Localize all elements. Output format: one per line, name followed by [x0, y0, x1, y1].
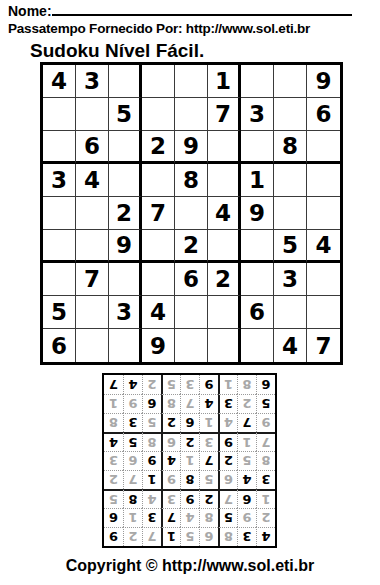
- puzzle-cell-r4c4[interactable]: [142, 164, 175, 197]
- solution-cell-r3c8: 8: [123, 489, 142, 508]
- solution-cell-r7c3: 4: [218, 413, 237, 432]
- solution-cell-r9c6: 5: [161, 375, 180, 394]
- solution-cell-r8c3: 3: [218, 394, 237, 413]
- puzzle-cell-r1c2: 3: [76, 65, 109, 98]
- solution-cell-r3c2: 6: [237, 489, 256, 508]
- puzzle-cell-r7c7[interactable]: [241, 263, 274, 296]
- puzzle-cell-r8c7: 6: [241, 296, 274, 329]
- puzzle-cell-r1c6: 1: [208, 65, 241, 98]
- puzzle-cell-r2c3: 5: [109, 98, 142, 131]
- solution-cell-r5c7: 9: [142, 451, 161, 470]
- solution-cell-r9c1: 6: [256, 375, 275, 394]
- puzzle-cell-r4c2: 4: [76, 164, 109, 197]
- solution-cell-r4c9: 2: [104, 470, 123, 489]
- puzzle-cell-r5c7: 9: [241, 197, 274, 230]
- puzzle-cell-r2c2[interactable]: [76, 98, 109, 131]
- puzzle-cell-r9c7[interactable]: [241, 329, 274, 362]
- puzzle-cell-r7c3[interactable]: [109, 263, 142, 296]
- puzzle-cell-r8c4: 4: [142, 296, 175, 329]
- puzzle-cell-r3c1[interactable]: [43, 131, 76, 164]
- solution-cell-r1c1: 4: [256, 527, 275, 546]
- puzzle-cell-r3c6[interactable]: [208, 131, 241, 164]
- puzzle-cell-r6c4[interactable]: [142, 230, 175, 263]
- solution-cell-r8c9: 1: [104, 394, 123, 413]
- puzzle-cell-r1c7[interactable]: [241, 65, 274, 98]
- provider-line: Passatempo Fornecido Por: http://www.sol…: [8, 21, 310, 36]
- solution-cell-r7c1: 9: [256, 413, 275, 432]
- solution-cell-r5c1: 8: [256, 451, 275, 470]
- solution-cell-r5c9: 3: [104, 451, 123, 470]
- solution-cell-r6c2: 1: [237, 432, 256, 451]
- puzzle-cell-r8c1: 5: [43, 296, 76, 329]
- solution-cell-r5c6: 4: [161, 451, 180, 470]
- solution-cell-r4c4: 5: [199, 470, 218, 489]
- puzzle-cell-r2c4[interactable]: [142, 98, 175, 131]
- puzzle-cell-r5c5[interactable]: [175, 197, 208, 230]
- solution-cell-r2c6: 7: [161, 508, 180, 527]
- solution-cell-r6c5: 2: [180, 432, 199, 451]
- puzzle-cell-r4c5: 8: [175, 164, 208, 197]
- puzzle-cell-r4c3[interactable]: [109, 164, 142, 197]
- solution-cell-r1c9: 9: [104, 527, 123, 546]
- solution-cell-r2c5: 4: [180, 508, 199, 527]
- solution-cell-r9c5: 3: [180, 375, 199, 394]
- solution-cell-r2c1: 2: [256, 508, 275, 527]
- solution-cell-r5c2: 5: [237, 451, 256, 470]
- solution-cell-r2c9: 6: [104, 508, 123, 527]
- puzzle-cell-r6c1[interactable]: [43, 230, 76, 263]
- puzzle-cell-r4c9[interactable]: [307, 164, 340, 197]
- solution-cell-r7c2: 7: [237, 413, 256, 432]
- solution-cell-r9c4: 9: [199, 375, 218, 394]
- solution-cell-r8c2: 2: [237, 394, 256, 413]
- solution-cell-r9c9: 7: [104, 375, 123, 394]
- puzzle-cell-r1c4[interactable]: [142, 65, 175, 98]
- solution-cell-r1c7: 7: [142, 527, 161, 546]
- puzzle-cell-r1c9: 9: [307, 65, 340, 98]
- solution-cell-r1c4: 6: [199, 527, 218, 546]
- puzzle-cell-r8c3: 3: [109, 296, 142, 329]
- puzzle-cell-r9c5[interactable]: [175, 329, 208, 362]
- solution-cell-r7c9: 8: [104, 413, 123, 432]
- name-label: Nome:: [8, 3, 52, 19]
- puzzle-cell-r1c1: 4: [43, 65, 76, 98]
- solution-cell-r2c7: 3: [142, 508, 161, 527]
- puzzle-cell-r5c6: 4: [208, 197, 241, 230]
- solution-cell-r9c8: 4: [123, 375, 142, 394]
- solution-cell-r6c1: 7: [256, 432, 275, 451]
- solution-cell-r5c5: 1: [180, 451, 199, 470]
- solution-cell-r6c7: 8: [142, 432, 161, 451]
- puzzle-cell-r8c2[interactable]: [76, 296, 109, 329]
- puzzle-cell-r9c9: 7: [307, 329, 340, 362]
- puzzle-cell-r2c1[interactable]: [43, 98, 76, 131]
- solution-cell-r4c8: 7: [123, 470, 142, 489]
- copyright-line: Copyright © http://www.sol.eti.br: [0, 557, 380, 575]
- solution-cell-r6c3: 9: [218, 432, 237, 451]
- puzzle-cell-r2c9: 6: [307, 98, 340, 131]
- solution-cell-r2c4: 8: [199, 508, 218, 527]
- solution-cell-r4c5: 8: [180, 470, 199, 489]
- puzzle-cell-r5c1[interactable]: [43, 197, 76, 230]
- solution-cell-r6c4: 3: [199, 432, 218, 451]
- solution-cell-r8c8: 9: [123, 394, 142, 413]
- solution-cell-r8c6: 8: [161, 394, 180, 413]
- solution-cell-r6c6: 6: [161, 432, 180, 451]
- solution-cell-r4c7: 1: [142, 470, 161, 489]
- page-title: Sudoku Nível Fácil.: [30, 40, 204, 62]
- solution-cell-r4c6: 9: [161, 470, 180, 489]
- puzzle-cell-r8c5[interactable]: [175, 296, 208, 329]
- solution-cell-r7c4: 1: [199, 413, 218, 432]
- puzzle-cell-r3c5: 9: [175, 131, 208, 164]
- solution-cell-r7c6: 2: [161, 413, 180, 432]
- puzzle-cell-r7c2: 7: [76, 263, 109, 296]
- solution-cell-r7c5: 6: [180, 413, 199, 432]
- puzzle-cell-r2c6: 7: [208, 98, 241, 131]
- puzzle-cell-r3c4: 2: [142, 131, 175, 164]
- puzzle-cell-r8c8[interactable]: [274, 296, 307, 329]
- puzzle-cell-r8c9[interactable]: [307, 296, 340, 329]
- puzzle-cell-r4c7: 1: [241, 164, 274, 197]
- solution-cell-r4c1: 3: [256, 470, 275, 489]
- solution-cell-r2c3: 5: [218, 508, 237, 527]
- solution-cell-r6c8: 5: [123, 432, 142, 451]
- puzzle-cell-r6c2[interactable]: [76, 230, 109, 263]
- puzzle-cell-r6c7[interactable]: [241, 230, 274, 263]
- puzzle-cell-r6c9: 4: [307, 230, 340, 263]
- puzzle-cell-r2c7: 3: [241, 98, 274, 131]
- name-row: Nome:: [8, 1, 352, 19]
- solution-cell-r3c4: 2: [199, 489, 218, 508]
- solution-cell-r3c3: 7: [218, 489, 237, 508]
- solution-cell-r7c8: 3: [123, 413, 142, 432]
- puzzle-cell-r7c5: 6: [175, 263, 208, 296]
- solution-cell-r3c1: 1: [256, 489, 275, 508]
- solution-cell-r5c4: 7: [199, 451, 218, 470]
- solution-cell-r1c5: 5: [180, 527, 199, 546]
- puzzle-cell-r4c1: 3: [43, 164, 76, 197]
- solution-cell-r1c8: 2: [123, 527, 142, 546]
- solution-cell-r5c8: 6: [123, 451, 142, 470]
- solution-cell-r3c9: 5: [104, 489, 123, 508]
- solution-grid-wrap: 4386517292958473161672934853465891728527…: [102, 373, 277, 548]
- puzzle-cell-r4c8[interactable]: [274, 164, 307, 197]
- puzzle-cell-r4c6[interactable]: [208, 164, 241, 197]
- solution-cell-r9c2: 8: [237, 375, 256, 394]
- puzzle-cell-r9c3[interactable]: [109, 329, 142, 362]
- solution-cell-r2c8: 1: [123, 508, 142, 527]
- solution-cell-r3c7: 4: [142, 489, 161, 508]
- puzzle-cell-r3c9[interactable]: [307, 131, 340, 164]
- solution-cell-r8c5: 7: [180, 394, 199, 413]
- puzzle-cell-r3c7[interactable]: [241, 131, 274, 164]
- puzzle-cell-r5c8[interactable]: [274, 197, 307, 230]
- solution-cell-r8c7: 6: [142, 394, 161, 413]
- puzzle-cell-r5c3: 2: [109, 197, 142, 230]
- puzzle-cell-r1c3[interactable]: [109, 65, 142, 98]
- solution-cell-r4c2: 4: [237, 470, 256, 489]
- puzzle-cell-r5c2[interactable]: [76, 197, 109, 230]
- puzzle-cell-r2c8[interactable]: [274, 98, 307, 131]
- solution-cell-r8c4: 4: [199, 394, 218, 413]
- puzzle-cell-r3c2: 6: [76, 131, 109, 164]
- solution-cell-r1c6: 1: [161, 527, 180, 546]
- puzzle-cell-r7c8: 3: [274, 263, 307, 296]
- puzzle-cell-r1c5[interactable]: [175, 65, 208, 98]
- solution-cell-r3c6: 3: [161, 489, 180, 508]
- solution-cell-r6c9: 4: [104, 432, 123, 451]
- sudoku-page: Nome: Passatempo Fornecido Por: http://w…: [0, 0, 380, 585]
- puzzle-cell-r6c3: 9: [109, 230, 142, 263]
- solution-cell-r4c3: 6: [218, 470, 237, 489]
- puzzle-cell-r9c2[interactable]: [76, 329, 109, 362]
- solution-cell-r7c7: 5: [142, 413, 161, 432]
- puzzle-grid-wrap: 431957366298348127499254762353466947: [40, 62, 343, 365]
- puzzle-cell-r7c6: 2: [208, 263, 241, 296]
- puzzle-cell-r6c5: 2: [175, 230, 208, 263]
- solution-grid: 4386517292958473161672934853465891728527…: [102, 373, 277, 548]
- solution-cell-r9c7: 2: [142, 375, 161, 394]
- solution-cell-r2c2: 9: [237, 508, 256, 527]
- puzzle-cell-r9c8: 4: [274, 329, 307, 362]
- puzzle-cell-r5c9[interactable]: [307, 197, 340, 230]
- solution-cell-r1c3: 8: [218, 527, 237, 546]
- puzzle-cell-r9c4: 9: [142, 329, 175, 362]
- puzzle-cell-r6c8: 5: [274, 230, 307, 263]
- solution-cell-r8c1: 5: [256, 394, 275, 413]
- solution-cell-r5c3: 2: [218, 451, 237, 470]
- puzzle-cell-r8c6[interactable]: [208, 296, 241, 329]
- puzzle-cell-r7c1[interactable]: [43, 263, 76, 296]
- puzzle-cell-r2c5[interactable]: [175, 98, 208, 131]
- solution-cell-r3c5: 9: [180, 489, 199, 508]
- name-fill-line[interactable]: [52, 1, 352, 16]
- puzzle-cell-r9c1: 6: [43, 329, 76, 362]
- solution-cell-r9c3: 1: [218, 375, 237, 394]
- puzzle-cell-r6c6[interactable]: [208, 230, 241, 263]
- puzzle-cell-r3c8: 8: [274, 131, 307, 164]
- puzzle-cell-r1c8[interactable]: [274, 65, 307, 98]
- puzzle-cell-r7c9[interactable]: [307, 263, 340, 296]
- puzzle-cell-r3c3[interactable]: [109, 131, 142, 164]
- puzzle-cell-r5c4: 7: [142, 197, 175, 230]
- puzzle-cell-r9c6[interactable]: [208, 329, 241, 362]
- puzzle-grid: 431957366298348127499254762353466947: [40, 62, 343, 365]
- puzzle-cell-r7c4[interactable]: [142, 263, 175, 296]
- solution-cell-r1c2: 3: [237, 527, 256, 546]
